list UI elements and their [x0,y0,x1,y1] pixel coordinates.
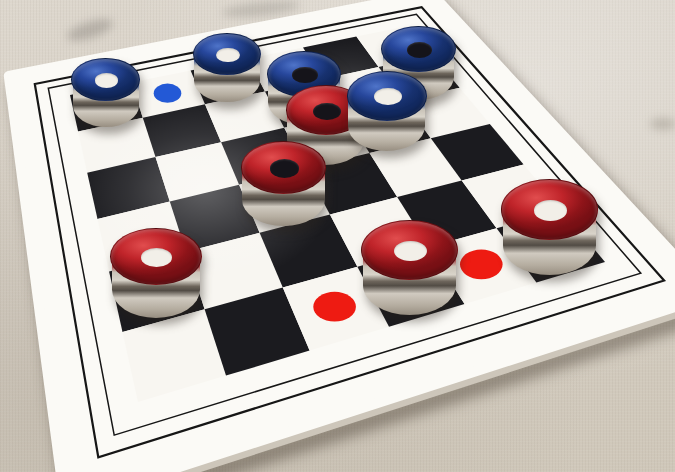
checkers-board [0,0,675,472]
photo-canvas [0,0,675,472]
tile-glare [260,40,440,150]
printed-dot-e6 [460,250,503,280]
printed-dot-c6 [313,292,356,322]
